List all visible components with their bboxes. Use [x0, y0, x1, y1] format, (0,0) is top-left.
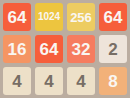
game-board-2048[interactable]: 6410242566416643224448	[0, 0, 130, 98]
tile-r3c3-4: 4	[67, 67, 95, 95]
tile-r2c3-32: 32	[67, 35, 95, 63]
tile-r2c1-16: 16	[3, 35, 31, 63]
tile-r2c4-2: 2	[99, 35, 127, 63]
tile-r1c4-64: 64	[99, 3, 127, 31]
tile-r3c4-8: 8	[99, 67, 127, 95]
tile-r2c2-64: 64	[35, 35, 63, 63]
tile-r1c3-256: 256	[67, 3, 95, 31]
tile-r3c2-4: 4	[35, 67, 63, 95]
tile-r1c1-64: 64	[3, 3, 31, 31]
tile-r1c2-1024: 1024	[35, 3, 63, 31]
tile-r3c1-4: 4	[3, 67, 31, 95]
